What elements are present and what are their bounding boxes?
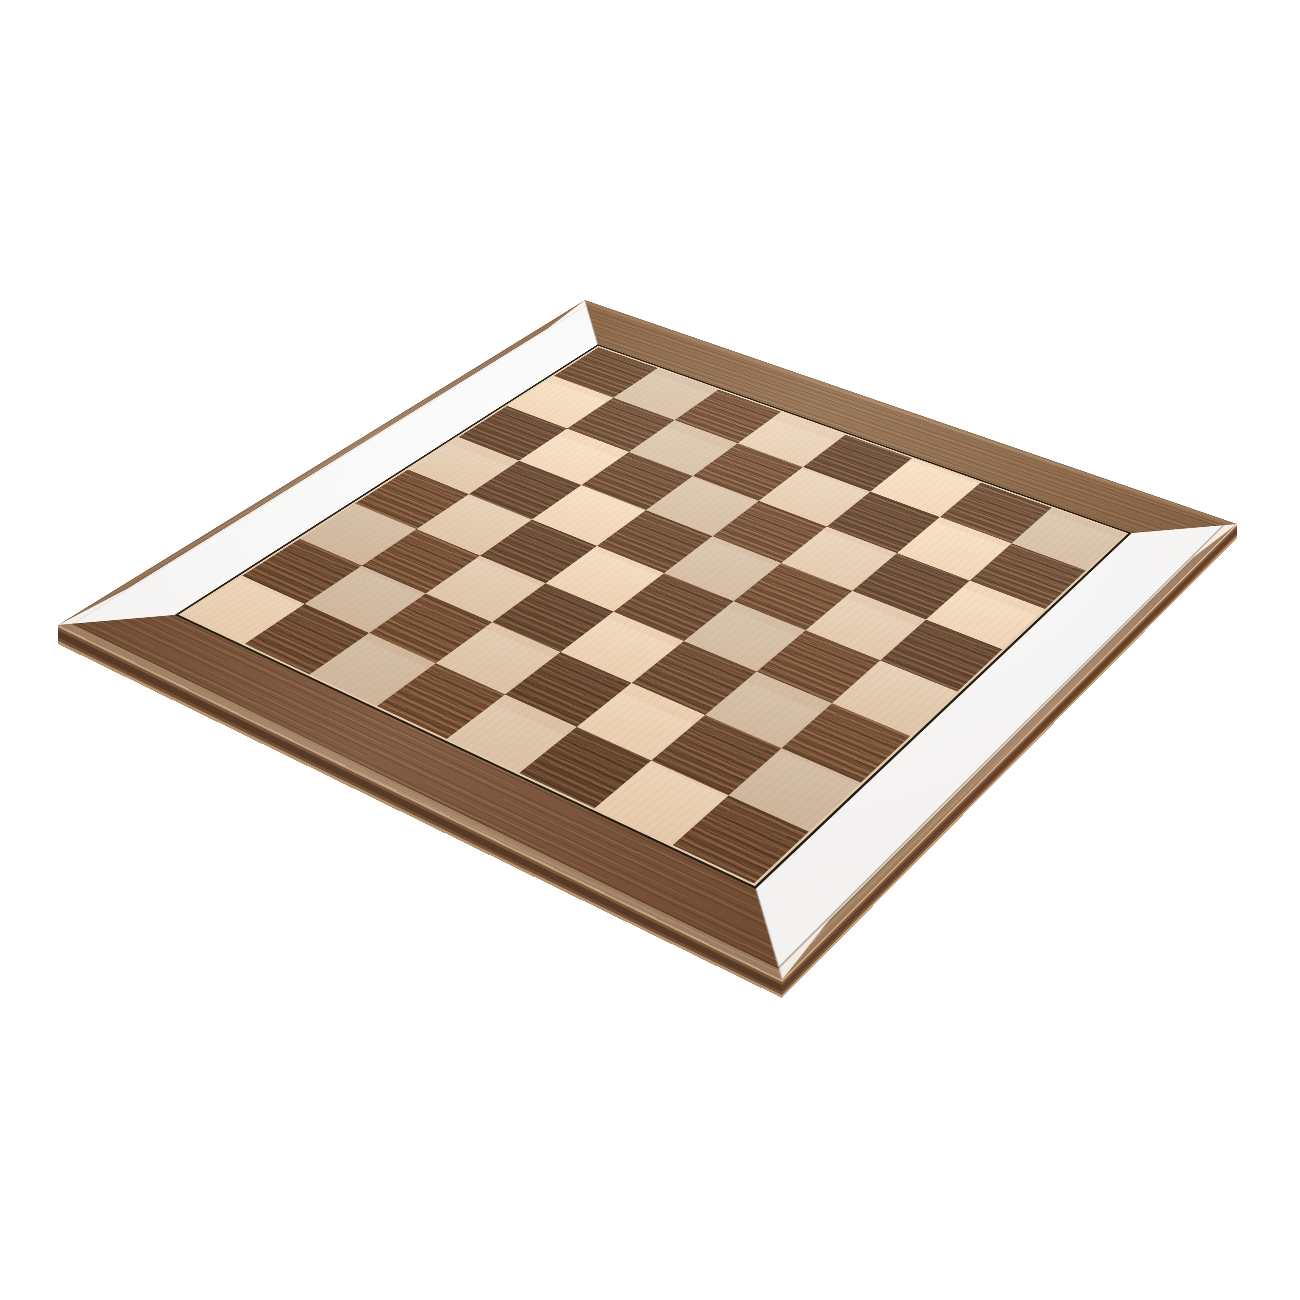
chess-board [58, 300, 1237, 980]
playing-field [182, 347, 1125, 883]
product-photo [0, 0, 1300, 1300]
